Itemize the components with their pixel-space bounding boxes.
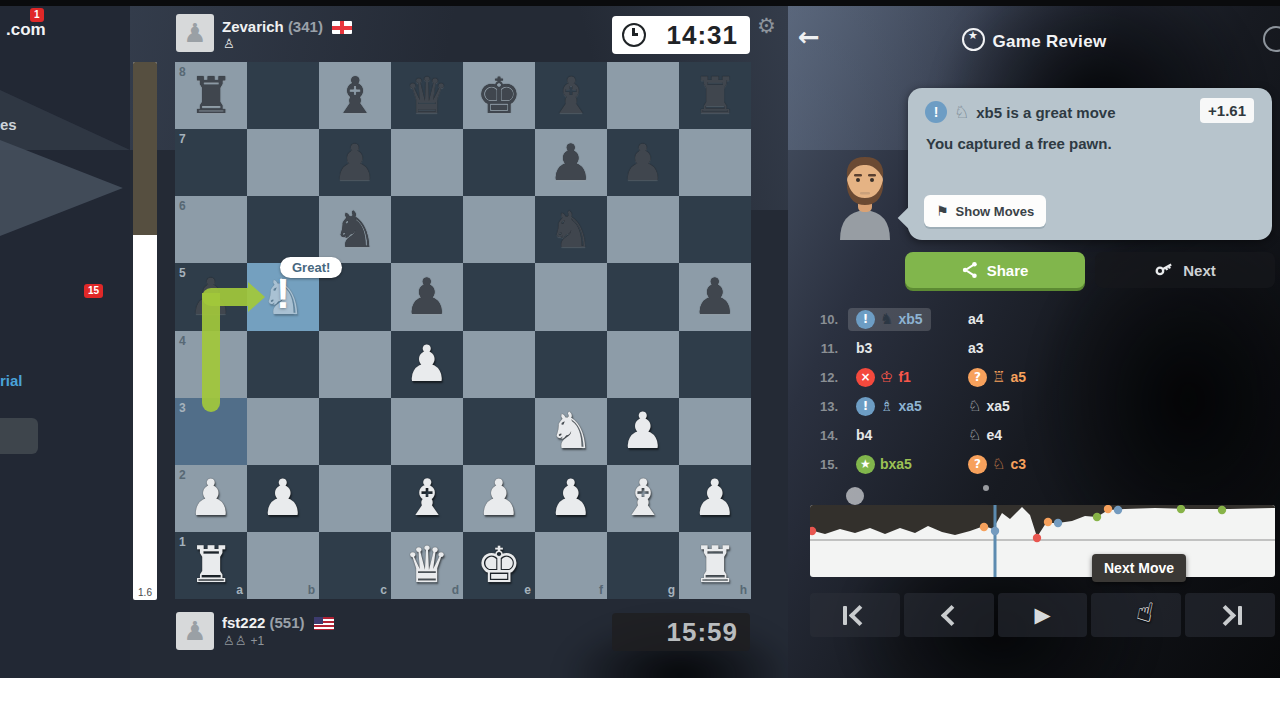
board-square-g8[interactable] — [607, 62, 679, 129]
message-subtext: You captured a free pawn. — [926, 135, 1112, 152]
best-move-icon: ★ — [856, 455, 875, 474]
avatar-bottom-player[interactable]: ♟ — [176, 612, 214, 650]
board-square-b7[interactable] — [247, 129, 319, 196]
black-pawn: ♟ — [607, 129, 679, 196]
file-label: f — [599, 583, 603, 597]
move-number: 12. — [810, 370, 838, 385]
mistake-move-icon: ? — [968, 368, 987, 387]
move-text: b3 — [856, 340, 872, 356]
move-black[interactable]: ?♖a5 — [960, 366, 1072, 389]
white-knight: ♞ — [535, 398, 607, 465]
board-square-e5[interactable] — [463, 263, 535, 330]
eval-change-badge: +1.61 — [1200, 98, 1254, 123]
piece-figurine: ♖ — [992, 368, 1005, 386]
review-star-icon: ★ — [962, 28, 985, 51]
move-white[interactable]: ×♔f1 — [848, 366, 960, 389]
board-square-f8[interactable]: ♝ — [535, 62, 607, 129]
board-square-d4[interactable]: ♟ — [391, 331, 463, 398]
player-rating: (551) — [270, 614, 305, 631]
evaluation-value: 1.6 — [133, 587, 157, 598]
board-square-h2[interactable]: ♟ — [679, 465, 751, 532]
white-bishop: ♝ — [607, 465, 679, 532]
next-move-tooltip: Next Move — [1092, 554, 1186, 582]
great-move-bubble: Great! — [280, 257, 342, 278]
rank-label: 1 — [179, 535, 186, 549]
bottom-player-name[interactable]: fst222 (551) — [222, 614, 334, 631]
piece-figurine: ♔ — [880, 368, 893, 386]
gear-icon[interactable]: ⚙ — [757, 14, 776, 38]
move-text: xa5 — [986, 398, 1009, 414]
blunder-move-icon: × — [856, 368, 875, 387]
board-square-d5[interactable]: ♟ — [391, 263, 463, 330]
board-square-d6[interactable] — [391, 196, 463, 263]
board-square-b8[interactable] — [247, 62, 319, 129]
coach-avatar — [826, 148, 904, 240]
move-row: 15.★bxa5?♘c3 — [810, 451, 1110, 477]
move-row: 11.b3a3 — [810, 335, 1110, 361]
piece-figurine: ♘ — [968, 397, 981, 415]
move-text: b4 — [856, 427, 872, 443]
move-number: 10. — [810, 312, 838, 327]
top-player-name[interactable]: Zevarich (341) — [222, 18, 352, 35]
black-queen: ♛ — [391, 62, 463, 129]
board-square-a2[interactable]: ♟2 — [175, 465, 247, 532]
share-label: Share — [987, 262, 1029, 279]
black-knight: ♞ — [319, 196, 391, 263]
bg-wedge — [0, 140, 128, 236]
move-black[interactable]: a3 — [960, 338, 1072, 358]
board-square-e7[interactable] — [463, 129, 535, 196]
board-square-f6[interactable]: ♞ — [535, 196, 607, 263]
white-bishop: ♝ — [391, 465, 463, 532]
show-moves-label: Show Moves — [956, 204, 1035, 219]
great-move-icon: ! — [925, 101, 947, 123]
coach-message-card: ! ♘ xb5 is a great move +1.61 You captur… — [908, 88, 1272, 240]
move-arrow-vertical — [202, 293, 220, 412]
screen: .com 1 es 15 rial 1.6 ♜8♝♛♚♝♜7♟♟♟6♞♞♟5♞♟… — [0, 0, 1280, 720]
board-square-b2[interactable]: ♟ — [247, 465, 319, 532]
move-text: f1 — [898, 369, 910, 385]
white-pawn: ♟ — [463, 465, 535, 532]
chesscom-logo-fragment[interactable]: .com — [6, 20, 46, 40]
file-label: c — [380, 583, 387, 597]
move-number: 14. — [810, 428, 838, 443]
clock-icon — [622, 23, 646, 47]
move-text: xb5 — [898, 311, 922, 327]
share-button[interactable]: Share — [905, 252, 1085, 288]
material-count: +1 — [250, 634, 264, 648]
file-label: e — [524, 583, 531, 597]
move-number: 13. — [810, 399, 838, 414]
file-label: b — [308, 583, 315, 597]
black-bishop: ♝ — [535, 62, 607, 129]
board-square-d2[interactable]: ♝ — [391, 465, 463, 532]
sidebar-item-fragment[interactable]: es — [0, 116, 17, 133]
white-pawn: ♟ — [391, 331, 463, 398]
move-text: a3 — [968, 340, 984, 356]
move-text: c3 — [1010, 456, 1026, 472]
white-pawn: ♟ — [679, 465, 751, 532]
knight-figurine-icon: ♘ — [954, 102, 969, 122]
board-square-d7[interactable] — [391, 129, 463, 196]
move-white[interactable]: ★bxa5 — [848, 453, 960, 476]
move-text: a4 — [968, 311, 984, 327]
board-square-g2[interactable]: ♝ — [607, 465, 679, 532]
board-square-a7[interactable]: 7 — [175, 129, 247, 196]
go-to-end-button[interactable] — [1185, 593, 1275, 637]
board-square-d1[interactable]: ♛d — [391, 532, 463, 599]
board-square-f1[interactable]: f — [535, 532, 607, 599]
file-label: a — [236, 583, 243, 597]
board-square-c4[interactable] — [319, 331, 391, 398]
move-row: 14.b4♘e4 — [810, 422, 1110, 448]
file-label: d — [452, 583, 459, 597]
board-square-f3[interactable]: ♞ — [535, 398, 607, 465]
player-name-text: Zevarich — [222, 18, 284, 35]
move-white[interactable]: b4 — [848, 425, 960, 445]
bottom-player-clock: 15:59 — [612, 613, 750, 651]
rank-label: 5 — [179, 266, 186, 280]
letterbox-top — [0, 0, 1280, 6]
board-square-c2[interactable] — [319, 465, 391, 532]
move-black[interactable]: a4 — [960, 309, 1072, 329]
captured-pieces-bottom: ♙♙ +1 — [223, 633, 264, 648]
clock-time: 14:31 — [646, 20, 750, 51]
board-square-e2[interactable]: ♟ — [463, 465, 535, 532]
board-square-a1[interactable]: ♜1a — [175, 532, 247, 599]
clipped-move-row — [983, 485, 989, 491]
previous-move-button[interactable] — [904, 593, 994, 637]
move-black[interactable]: ♘xa5 — [960, 395, 1072, 417]
bg-wedge — [0, 90, 130, 150]
notification-badge: 1 — [30, 8, 44, 22]
board-square-h1[interactable]: ♜h — [679, 532, 751, 599]
board-square-e3[interactable] — [463, 398, 535, 465]
board-square-f5[interactable] — [535, 263, 607, 330]
georgia-flag-icon — [332, 21, 352, 34]
game-review-panel: ← ★Game Review — [788, 0, 1280, 678]
black-rook: ♜ — [679, 62, 751, 129]
great-move-icon: ! — [856, 397, 875, 416]
move-number: 11. — [810, 341, 838, 356]
move-text: bxa5 — [880, 456, 912, 472]
next-button[interactable]: Next — [1095, 252, 1275, 288]
sidebar-button-fragment[interactable] — [0, 418, 38, 454]
board-square-e8[interactable]: ♚ — [463, 62, 535, 129]
piece-figurine: ♘ — [968, 426, 981, 444]
trial-link-fragment[interactable]: rial — [0, 372, 23, 389]
move-row: 10.!♞xb5a4 — [810, 306, 1110, 332]
board-square-d8[interactable]: ♛ — [391, 62, 463, 129]
board-square-h8[interactable]: ♜ — [679, 62, 751, 129]
board-square-g7[interactable]: ♟ — [607, 129, 679, 196]
move-white[interactable]: !♗xa5 — [848, 395, 960, 418]
move-black[interactable]: ♘e4 — [960, 424, 1072, 446]
board-square-b3[interactable] — [247, 398, 319, 465]
board-square-h6[interactable] — [679, 196, 751, 263]
board-square-c8[interactable]: ♝ — [319, 62, 391, 129]
move-text: xa5 — [898, 398, 921, 414]
share-icon — [962, 261, 978, 279]
board-square-b6[interactable] — [247, 196, 319, 263]
panel-title-text: Game Review — [993, 32, 1107, 51]
move-white[interactable]: !♞xb5 — [848, 308, 960, 331]
next-label: Next — [1183, 262, 1216, 279]
file-label: h — [740, 583, 747, 597]
file-label: g — [668, 583, 675, 597]
clipped-move-row — [846, 487, 864, 505]
black-pawn: ♟ — [535, 129, 607, 196]
rank-label: 7 — [179, 132, 186, 146]
player-rating: (341) — [288, 18, 323, 35]
board-square-f2[interactable]: ♟ — [535, 465, 607, 532]
move-arrow-horizontal — [202, 288, 248, 306]
move-navigation: ▶ ☝ — [810, 593, 1275, 637]
move-row: 13.!♗xa5♘xa5 — [810, 393, 1110, 419]
board-square-g1[interactable]: g — [607, 532, 679, 599]
go-to-start-button[interactable] — [810, 593, 900, 637]
next-move-button[interactable]: ☝ — [1091, 593, 1181, 637]
white-pawn: ♟ — [535, 465, 607, 532]
board-square-h7[interactable] — [679, 129, 751, 196]
move-white[interactable]: b3 — [848, 338, 960, 358]
black-knight: ♞ — [535, 196, 607, 263]
board-square-d3[interactable] — [391, 398, 463, 465]
black-pawn: ♟ — [319, 129, 391, 196]
board-square-h5[interactable]: ♟ — [679, 263, 751, 330]
show-moves-button[interactable]: ⚑ Show Moves — [924, 195, 1046, 227]
board-square-c3[interactable] — [319, 398, 391, 465]
captured-pieces-top: ♙ — [223, 36, 235, 51]
chess-board[interactable]: ♜8♝♛♚♝♜7♟♟♟6♞♞♟5♞♟♟4♟3♞♟♟2♟♝♟♟♝♟♜1abc♛d♚… — [175, 62, 751, 599]
rank-label: 8 — [179, 65, 186, 79]
move-text: e4 — [986, 427, 1002, 443]
great-move-icon: ! — [856, 310, 875, 329]
clock-time: 15:59 — [612, 617, 750, 648]
evaluation-graph[interactable] — [810, 505, 1275, 577]
board-square-c7[interactable]: ♟ — [319, 129, 391, 196]
video-frame: .com 1 es 15 rial 1.6 ♜8♝♛♚♝♜7♟♟♟6♞♞♟5♞♟… — [0, 0, 1280, 678]
panel-title: ★Game Review — [788, 28, 1280, 52]
great-move-badge: ! — [258, 270, 308, 326]
piece-figurine: ♘ — [992, 455, 1005, 473]
board-square-g5[interactable] — [607, 263, 679, 330]
white-pawn: ♟ — [607, 398, 679, 465]
board-square-g3[interactable]: ♟ — [607, 398, 679, 465]
captured-pawn-icons: ♙♙ — [223, 633, 246, 648]
piece-figurine: ♞ — [880, 310, 893, 328]
board-square-b4[interactable] — [247, 331, 319, 398]
mistake-move-icon: ? — [968, 455, 987, 474]
move-number: 15. — [810, 457, 838, 472]
sidebar: .com 1 es 15 rial — [0, 0, 130, 678]
black-pawn: ♟ — [679, 263, 751, 330]
player-name-text: fst222 — [222, 614, 265, 631]
board-square-a8[interactable]: ♜8 — [175, 62, 247, 129]
counter-badge: 15 — [84, 284, 103, 298]
move-row: 12.×♔f1?♖a5 — [810, 364, 1110, 390]
board-square-e4[interactable] — [463, 331, 535, 398]
move-text: a5 — [1010, 369, 1026, 385]
white-pawn: ♟ — [247, 465, 319, 532]
board-square-h3[interactable] — [679, 398, 751, 465]
eval-graph-svg — [810, 505, 1275, 577]
piece-figurine: ♗ — [880, 397, 893, 415]
board-square-g6[interactable] — [607, 196, 679, 263]
rank-label: 6 — [179, 199, 186, 213]
board-square-h4[interactable] — [679, 331, 751, 398]
top-player-clock: 14:31 — [612, 16, 750, 54]
board-square-e1[interactable]: ♚e — [463, 532, 535, 599]
evaluation-bar-black — [133, 62, 157, 235]
board-square-f4[interactable] — [535, 331, 607, 398]
board-square-b1[interactable]: b — [247, 532, 319, 599]
key-icon — [1154, 261, 1174, 279]
usa-flag-icon — [314, 617, 334, 630]
message-headline: xb5 is a great move — [976, 104, 1115, 121]
board-square-c6[interactable]: ♞ — [319, 196, 391, 263]
rank-label: 3 — [179, 401, 186, 415]
mouse-cursor-icon: ☝ — [1134, 595, 1157, 629]
board-square-e6[interactable] — [463, 196, 535, 263]
show-moves-icon: ⚑ — [936, 203, 949, 219]
avatar-top-player[interactable]: ♟ — [176, 14, 214, 52]
black-pawn: ♟ — [391, 263, 463, 330]
rank-label: 2 — [179, 468, 186, 482]
board-square-a6[interactable]: 6 — [175, 196, 247, 263]
evaluation-bar: 1.6 — [133, 62, 157, 600]
move-black[interactable]: ?♘c3 — [960, 453, 1072, 476]
rank-label: 4 — [179, 334, 186, 348]
black-bishop: ♝ — [319, 62, 391, 129]
play-button[interactable]: ▶ — [998, 593, 1088, 637]
board-square-g4[interactable] — [607, 331, 679, 398]
board-square-f7[interactable]: ♟ — [535, 129, 607, 196]
board-square-c1[interactable]: c — [319, 532, 391, 599]
black-king: ♚ — [463, 62, 535, 129]
